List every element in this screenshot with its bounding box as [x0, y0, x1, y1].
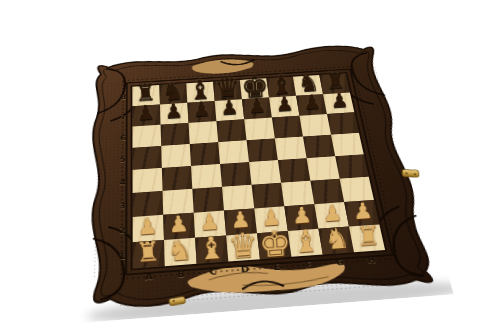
square-h7[interactable]: ♟ — [323, 92, 354, 114]
black-pawn[interactable]: ♟ — [270, 89, 299, 118]
white-queen[interactable]: ♛ — [226, 228, 260, 262]
white-knight[interactable]: ♞ — [163, 233, 197, 267]
black-pawn[interactable]: ♟ — [159, 96, 189, 126]
square-a1[interactable]: ♜ — [133, 240, 165, 269]
square-c4[interactable] — [191, 164, 222, 189]
white-bishop[interactable]: ♝ — [289, 224, 322, 258]
board-squares: ♜♞♝♛♚♝♞♜♟♟♟♟♟♟♟♟♟♟♟♟♟♟♟♟♜♞♝♛♚♝♞♜ — [132, 73, 385, 268]
white-rook[interactable]: ♜ — [352, 219, 385, 253]
square-e4[interactable] — [249, 160, 281, 185]
square-g7[interactable]: ♟ — [296, 94, 327, 116]
black-pawn[interactable]: ♟ — [325, 85, 354, 114]
rank-label: 6 — [116, 127, 131, 149]
chess-board: ♜♞♝♛♚♝♞♜♟♟♟♟♟♟♟♟♟♟♟♟♟♟♟♟♜♞♝♛♚♝♞♜ 8765432… — [73, 38, 454, 323]
black-pawn[interactable]: ♟ — [242, 90, 271, 119]
rank-label: 2 — [114, 217, 130, 243]
square-b7[interactable]: ♟ — [160, 103, 189, 125]
square-g1[interactable]: ♞ — [318, 227, 354, 255]
white-king[interactable]: ♚ — [258, 226, 291, 260]
playing-field: ♜♞♝♛♚♝♞♜♟♟♟♟♟♟♟♟♟♟♟♟♟♟♟♟♜♞♝♛♚♝♞♜ 8765432… — [132, 73, 385, 268]
square-b6[interactable] — [161, 123, 190, 146]
white-knight[interactable]: ♞ — [321, 221, 354, 255]
square-d1[interactable]: ♛ — [226, 233, 260, 261]
square-f1[interactable]: ♝ — [288, 229, 323, 257]
square-b1[interactable]: ♞ — [164, 238, 197, 266]
black-pawn[interactable]: ♟ — [131, 97, 161, 127]
square-d7[interactable]: ♟ — [215, 99, 244, 121]
square-c1[interactable]: ♝ — [195, 235, 228, 263]
white-rook[interactable]: ♜ — [131, 235, 165, 269]
product-photo: ♜♞♝♛♚♝♞♜♟♟♟♟♟♟♟♟♟♟♟♟♟♟♟♟♜♞♝♛♚♝♞♜ 8765432… — [0, 0, 500, 333]
square-e1[interactable]: ♚ — [257, 231, 291, 259]
square-a7[interactable]: ♟ — [132, 104, 160, 126]
square-f7[interactable]: ♟ — [269, 96, 299, 118]
square-c7[interactable]: ♟ — [187, 101, 216, 123]
black-pawn[interactable]: ♟ — [215, 92, 244, 122]
brass-hinge — [401, 168, 420, 178]
square-f4[interactable] — [278, 158, 311, 183]
square-e7[interactable]: ♟ — [242, 98, 272, 120]
black-pawn[interactable]: ♟ — [298, 87, 327, 116]
rank-label: 3 — [115, 193, 131, 218]
rank-label: 7 — [116, 106, 131, 127]
white-bishop[interactable]: ♝ — [195, 230, 229, 264]
black-pawn[interactable]: ♟ — [187, 94, 217, 124]
square-h1[interactable]: ♜ — [349, 224, 385, 252]
